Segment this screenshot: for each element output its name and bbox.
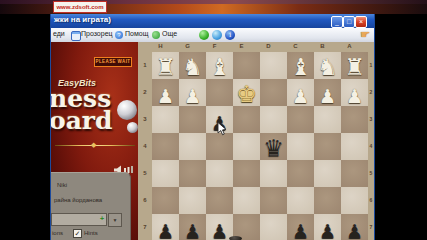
square-e5[interactable] bbox=[233, 160, 260, 187]
square-g5[interactable] bbox=[179, 160, 206, 187]
square-e6[interactable] bbox=[233, 187, 260, 214]
square-a3[interactable] bbox=[341, 106, 368, 133]
rank-label-right-6: 6 bbox=[368, 197, 374, 203]
menu-bar: еди Прозорец ? Помощ Още i ☚ bbox=[51, 28, 374, 43]
piece-bP-c7[interactable]: ♟ bbox=[287, 214, 314, 240]
piece-bP-h7[interactable]: ♟ bbox=[152, 214, 179, 240]
square-h3[interactable] bbox=[152, 106, 179, 133]
piece-wB-c1[interactable]: ♝ bbox=[287, 52, 314, 79]
chat-add-icon[interactable]: + bbox=[100, 215, 104, 222]
square-e1[interactable] bbox=[233, 52, 260, 79]
help-icon: ? bbox=[115, 31, 123, 39]
square-h5[interactable] bbox=[152, 160, 179, 187]
call-icon[interactable] bbox=[199, 30, 209, 40]
piece-wR-a1[interactable]: ♜ bbox=[341, 52, 368, 79]
square-d7[interactable] bbox=[260, 214, 287, 240]
square-h6[interactable] bbox=[152, 187, 179, 214]
hand-pointer-icon[interactable]: ☚ bbox=[360, 28, 370, 41]
info-icon[interactable]: i bbox=[225, 30, 235, 40]
rank-label-right-1: 1 bbox=[368, 62, 374, 68]
square-f5[interactable] bbox=[206, 160, 233, 187]
square-b6[interactable] bbox=[314, 187, 341, 214]
please-wait-badge: PLEASE WAIT bbox=[94, 57, 132, 67]
square-e4[interactable] bbox=[233, 133, 260, 160]
window-title: жки на играта) bbox=[54, 15, 111, 24]
options-label-cut: ions bbox=[52, 230, 63, 236]
logo-text-line2: oard bbox=[51, 106, 113, 135]
rank-label-right-3: 3 bbox=[368, 116, 374, 122]
square-c6[interactable] bbox=[287, 187, 314, 214]
file-label-c: C bbox=[282, 43, 309, 49]
minimize-button[interactable]: _ bbox=[331, 16, 343, 28]
square-d6[interactable] bbox=[260, 187, 287, 214]
rank-label-left-3: 3 bbox=[138, 116, 152, 122]
piece-wP-a2[interactable]: ♟ bbox=[341, 79, 368, 106]
screen: www.zdsoft.com жки на играта) _ □ × еди … bbox=[0, 0, 427, 240]
rank-label-left-4: 4 bbox=[138, 143, 152, 149]
square-h4[interactable] bbox=[152, 133, 179, 160]
square-g6[interactable] bbox=[179, 187, 206, 214]
rank-label-right-2: 2 bbox=[368, 89, 374, 95]
square-f2[interactable] bbox=[206, 79, 233, 106]
square-g3[interactable] bbox=[179, 106, 206, 133]
square-a6[interactable] bbox=[341, 187, 368, 214]
file-label-a: A bbox=[336, 43, 363, 49]
mouse-cursor bbox=[217, 122, 227, 140]
menu-item-help[interactable]: Помощ bbox=[125, 30, 148, 37]
rank-label-left-5: 5 bbox=[138, 170, 152, 176]
player-name-bottom: райна йорданова bbox=[54, 197, 102, 203]
piece-bP-g7[interactable]: ♟ bbox=[179, 214, 206, 240]
menu-item-more[interactable]: Още bbox=[162, 30, 177, 37]
close-button[interactable]: × bbox=[355, 16, 367, 28]
rank-label-left-7: 7 bbox=[138, 224, 152, 230]
square-c5[interactable] bbox=[287, 160, 314, 187]
player-name-top: Niki bbox=[57, 182, 67, 188]
piece-wN-g1[interactable]: ♞ bbox=[179, 52, 206, 79]
more-icon bbox=[152, 31, 160, 39]
square-g4[interactable] bbox=[179, 133, 206, 160]
square-b3[interactable] bbox=[314, 106, 341, 133]
hints-checkbox[interactable]: ✓ bbox=[73, 229, 82, 238]
square-e3[interactable] bbox=[233, 106, 260, 133]
file-label-b: B bbox=[309, 43, 336, 49]
square-d2[interactable] bbox=[260, 79, 287, 106]
gold-ornament: ◆ bbox=[55, 143, 135, 149]
square-b5[interactable] bbox=[314, 160, 341, 187]
square-c4[interactable] bbox=[287, 133, 314, 160]
piece-bP-b7[interactable]: ♟ bbox=[314, 214, 341, 240]
file-label-g: G bbox=[174, 43, 201, 49]
piece-wP-g2[interactable]: ♟ bbox=[179, 79, 206, 106]
title-bar: жки на играта) _ □ × bbox=[51, 14, 374, 28]
chess-window: жки на играта) _ □ × еди Прозорец ? Помо… bbox=[50, 14, 375, 240]
square-c3[interactable] bbox=[287, 106, 314, 133]
pearl-ball-small bbox=[127, 122, 138, 133]
piece-wP-h2[interactable]: ♟ bbox=[152, 79, 179, 106]
file-label-d: D bbox=[255, 43, 282, 49]
square-d5[interactable] bbox=[260, 160, 287, 187]
piece-bP-a7[interactable]: ♟ bbox=[341, 214, 368, 240]
chat-dropdown-button[interactable]: ▼ bbox=[108, 213, 122, 227]
zdsoft-watermark: www.zdsoft.com bbox=[53, 1, 107, 13]
square-f6[interactable] bbox=[206, 187, 233, 214]
volume-control[interactable] bbox=[113, 161, 135, 171]
piece-wP-b2[interactable]: ♟ bbox=[314, 79, 341, 106]
video-icon[interactable] bbox=[212, 30, 222, 40]
ornament-gem: ◆ bbox=[91, 141, 96, 149]
chess-board: HGFEDCBA 1234567 1234567 ♜♞♝♝♞♜♟♟♟♚♟♟♟♛♟… bbox=[138, 42, 374, 240]
file-label-e: E bbox=[228, 43, 255, 49]
rank-label-left-6: 6 bbox=[138, 197, 152, 203]
rank-label-left-2: 2 bbox=[138, 89, 152, 95]
square-a5[interactable] bbox=[341, 160, 368, 187]
piece-wN-b1[interactable]: ♞ bbox=[314, 52, 341, 79]
hints-label: Hints bbox=[84, 230, 98, 236]
square-d1[interactable] bbox=[260, 52, 287, 79]
menu-item-cut[interactable]: еди bbox=[53, 30, 65, 37]
square-b4[interactable] bbox=[314, 133, 341, 160]
clipped-rank8-piece-top bbox=[229, 236, 242, 240]
file-label-h: H bbox=[147, 43, 174, 49]
piece-bQ-d4[interactable]: ♛ bbox=[260, 133, 287, 160]
piece-wK-e2[interactable]: ♚ bbox=[233, 79, 260, 106]
pearl-ball-large bbox=[117, 100, 137, 120]
board-squares: ♜♞♝♝♞♜♟♟♟♚♟♟♟♛♟♟♟♟♟♟♜♞♝♚♝♞♜ bbox=[152, 52, 368, 240]
piece-wR-h1[interactable]: ♜ bbox=[152, 52, 179, 79]
branding-panel: PLEASE WAIT EasyBits ness oard ◆ Niki bbox=[51, 42, 138, 240]
piece-bP-f7[interactable]: ♟ bbox=[206, 214, 233, 240]
rank-label-left-1: 1 bbox=[138, 62, 152, 68]
chat-input[interactable]: + bbox=[51, 213, 107, 226]
square-d3[interactable] bbox=[260, 106, 287, 133]
rank-label-right-7: 7 bbox=[368, 224, 374, 230]
piece-wB-f1[interactable]: ♝ bbox=[206, 52, 233, 79]
file-labels: HGFEDCBA bbox=[152, 42, 368, 52]
menu-item-window[interactable]: Прозорец bbox=[81, 30, 113, 37]
rank-label-right-4: 4 bbox=[368, 143, 374, 149]
game-panel: Niki райна йорданова + ▼ ions ✓ Hints Of… bbox=[51, 172, 131, 240]
file-label-f: F bbox=[201, 43, 228, 49]
window-icon bbox=[71, 31, 81, 41]
piece-wP-c2[interactable]: ♟ bbox=[287, 79, 314, 106]
rank-label-right-5: 5 bbox=[368, 170, 374, 176]
maximize-button[interactable]: □ bbox=[343, 16, 355, 28]
square-a4[interactable] bbox=[341, 133, 368, 160]
